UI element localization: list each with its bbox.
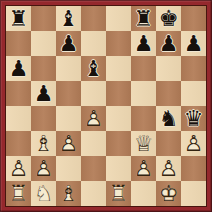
square-c6[interactable] bbox=[56, 56, 81, 81]
piece-black-bishop: ♝ bbox=[56, 6, 81, 31]
chess-board-frame: ♜♝♜♚♟♟♟♟♟♝♟♟♙♞♛♝♗♟♙♛♕♟♙♟♙♟♙♟♙♟♙♜♖♞♘♝♗♜♖♚… bbox=[0, 0, 212, 212]
square-c3[interactable]: ♟♙ bbox=[56, 131, 81, 156]
square-a4[interactable] bbox=[6, 106, 31, 131]
square-b6[interactable] bbox=[31, 56, 56, 81]
square-d8[interactable] bbox=[81, 6, 106, 31]
piece-white-pawn: ♟♙ bbox=[131, 156, 156, 181]
chess-board: ♜♝♜♚♟♟♟♟♟♝♟♟♙♞♛♝♗♟♙♛♕♟♙♟♙♟♙♟♙♟♙♜♖♞♘♝♗♜♖♚… bbox=[5, 5, 207, 207]
piece-white-queen: ♛♕ bbox=[131, 131, 156, 156]
square-f1[interactable] bbox=[131, 181, 156, 206]
square-f4[interactable] bbox=[131, 106, 156, 131]
pawn-outline-glyph: ♙ bbox=[6, 156, 31, 181]
square-b8[interactable] bbox=[31, 6, 56, 31]
piece-white-pawn: ♟♙ bbox=[31, 156, 56, 181]
pawn-glyph: ♟ bbox=[131, 31, 156, 56]
knight-outline-glyph: ♘ bbox=[31, 181, 56, 206]
square-a6[interactable]: ♟ bbox=[6, 56, 31, 81]
square-g2[interactable]: ♟♙ bbox=[156, 156, 181, 181]
piece-black-queen: ♛ bbox=[181, 106, 206, 131]
piece-white-king: ♚♔ bbox=[156, 181, 181, 206]
bishop-outline-glyph: ♗ bbox=[56, 181, 81, 206]
square-e6[interactable] bbox=[106, 56, 131, 81]
square-h1[interactable] bbox=[181, 181, 206, 206]
square-g1[interactable]: ♚♔ bbox=[156, 181, 181, 206]
square-e3[interactable] bbox=[106, 131, 131, 156]
piece-black-king: ♚ bbox=[156, 6, 181, 31]
square-c1[interactable]: ♝♗ bbox=[56, 181, 81, 206]
square-e7[interactable] bbox=[106, 31, 131, 56]
square-g4[interactable]: ♞ bbox=[156, 106, 181, 131]
square-d7[interactable] bbox=[81, 31, 106, 56]
square-e5[interactable] bbox=[106, 81, 131, 106]
square-d3[interactable] bbox=[81, 131, 106, 156]
square-a1[interactable]: ♜♖ bbox=[6, 181, 31, 206]
piece-white-knight: ♞♘ bbox=[31, 181, 56, 206]
square-f7[interactable]: ♟ bbox=[131, 31, 156, 56]
piece-white-pawn: ♟♙ bbox=[56, 131, 81, 156]
square-g5[interactable] bbox=[156, 81, 181, 106]
square-g6[interactable] bbox=[156, 56, 181, 81]
piece-white-pawn: ♟♙ bbox=[6, 156, 31, 181]
square-h4[interactable]: ♛ bbox=[181, 106, 206, 131]
square-f8[interactable]: ♜ bbox=[131, 6, 156, 31]
piece-white-bishop: ♝♗ bbox=[31, 131, 56, 156]
pawn-outline-glyph: ♙ bbox=[181, 131, 206, 156]
square-e8[interactable] bbox=[106, 6, 131, 31]
piece-white-pawn: ♟♙ bbox=[181, 131, 206, 156]
square-d1[interactable] bbox=[81, 181, 106, 206]
piece-black-rook: ♜ bbox=[6, 6, 31, 31]
square-b4[interactable] bbox=[31, 106, 56, 131]
square-b1[interactable]: ♞♘ bbox=[31, 181, 56, 206]
square-a7[interactable] bbox=[6, 31, 31, 56]
square-c7[interactable]: ♟ bbox=[56, 31, 81, 56]
square-a3[interactable] bbox=[6, 131, 31, 156]
pawn-glyph: ♟ bbox=[181, 31, 206, 56]
square-a8[interactable]: ♜ bbox=[6, 6, 31, 31]
square-f3[interactable]: ♛♕ bbox=[131, 131, 156, 156]
square-d5[interactable] bbox=[81, 81, 106, 106]
piece-black-bishop: ♝ bbox=[81, 56, 106, 81]
square-h8[interactable] bbox=[181, 6, 206, 31]
knight-glyph: ♞ bbox=[156, 106, 181, 131]
queen-glyph: ♛ bbox=[181, 106, 206, 131]
piece-black-pawn: ♟ bbox=[181, 31, 206, 56]
square-h5[interactable] bbox=[181, 81, 206, 106]
pawn-glyph: ♟ bbox=[56, 31, 81, 56]
piece-black-pawn: ♟ bbox=[156, 31, 181, 56]
pawn-glyph: ♟ bbox=[156, 31, 181, 56]
rook-glyph: ♜ bbox=[131, 6, 156, 31]
pawn-outline-glyph: ♙ bbox=[156, 156, 181, 181]
square-h3[interactable]: ♟♙ bbox=[181, 131, 206, 156]
pawn-outline-glyph: ♙ bbox=[31, 156, 56, 181]
rook-glyph: ♜ bbox=[6, 6, 31, 31]
square-a2[interactable]: ♟♙ bbox=[6, 156, 31, 181]
queen-outline-glyph: ♕ bbox=[131, 131, 156, 156]
pawn-glyph: ♟ bbox=[6, 56, 31, 81]
bishop-glyph: ♝ bbox=[81, 56, 106, 81]
piece-black-pawn: ♟ bbox=[6, 56, 31, 81]
piece-black-pawn: ♟ bbox=[131, 31, 156, 56]
piece-white-pawn: ♟♙ bbox=[81, 106, 106, 131]
bishop-glyph: ♝ bbox=[56, 6, 81, 31]
square-b2[interactable]: ♟♙ bbox=[31, 156, 56, 181]
pawn-glyph: ♟ bbox=[31, 81, 56, 106]
square-g8[interactable]: ♚ bbox=[156, 6, 181, 31]
pawn-outline-glyph: ♙ bbox=[131, 156, 156, 181]
square-f2[interactable]: ♟♙ bbox=[131, 156, 156, 181]
piece-black-knight: ♞ bbox=[156, 106, 181, 131]
square-g3[interactable] bbox=[156, 131, 181, 156]
square-e1[interactable]: ♜♖ bbox=[106, 181, 131, 206]
piece-white-rook: ♜♖ bbox=[106, 181, 131, 206]
rook-outline-glyph: ♖ bbox=[106, 181, 131, 206]
king-outline-glyph: ♔ bbox=[156, 181, 181, 206]
square-f5[interactable] bbox=[131, 81, 156, 106]
piece-black-pawn: ♟ bbox=[56, 31, 81, 56]
square-d6[interactable]: ♝ bbox=[81, 56, 106, 81]
square-h7[interactable]: ♟ bbox=[181, 31, 206, 56]
square-h6[interactable] bbox=[181, 56, 206, 81]
square-c2[interactable] bbox=[56, 156, 81, 181]
square-h2[interactable] bbox=[181, 156, 206, 181]
piece-white-rook: ♜♖ bbox=[6, 181, 31, 206]
square-b7[interactable] bbox=[31, 31, 56, 56]
king-glyph: ♚ bbox=[156, 6, 181, 31]
pawn-outline-glyph: ♙ bbox=[81, 106, 106, 131]
square-c8[interactable]: ♝ bbox=[56, 6, 81, 31]
piece-white-bishop: ♝♗ bbox=[56, 181, 81, 206]
piece-black-pawn: ♟ bbox=[31, 81, 56, 106]
square-e2[interactable] bbox=[106, 156, 131, 181]
square-a5[interactable] bbox=[6, 81, 31, 106]
square-d2[interactable] bbox=[81, 156, 106, 181]
piece-black-rook: ♜ bbox=[131, 6, 156, 31]
rook-outline-glyph: ♖ bbox=[6, 181, 31, 206]
bishop-outline-glyph: ♗ bbox=[31, 131, 56, 156]
pawn-outline-glyph: ♙ bbox=[56, 131, 81, 156]
square-f6[interactable] bbox=[131, 56, 156, 81]
square-b5[interactable]: ♟ bbox=[31, 81, 56, 106]
square-b3[interactable]: ♝♗ bbox=[31, 131, 56, 156]
square-e4[interactable] bbox=[106, 106, 131, 131]
square-d4[interactable]: ♟♙ bbox=[81, 106, 106, 131]
square-c4[interactable] bbox=[56, 106, 81, 131]
square-c5[interactable] bbox=[56, 81, 81, 106]
square-g7[interactable]: ♟ bbox=[156, 31, 181, 56]
piece-white-pawn: ♟♙ bbox=[156, 156, 181, 181]
